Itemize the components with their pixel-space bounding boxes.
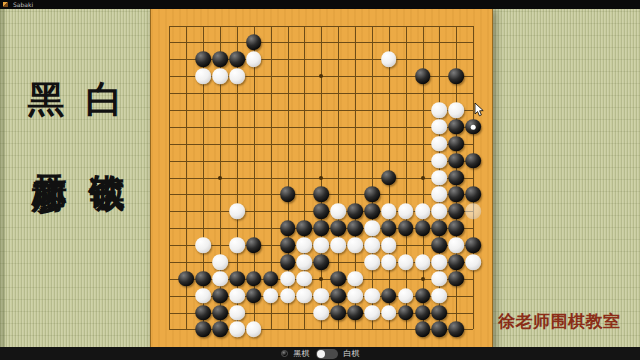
white-stone — [195, 288, 211, 304]
black-stone — [246, 288, 262, 304]
tatami-edge — [0, 9, 5, 348]
black-player-panel: 黑 廖元赫 — [25, 80, 67, 146]
white-stone — [381, 305, 397, 321]
ghost-stone — [465, 203, 481, 219]
app-icon — [3, 2, 8, 7]
white-stone — [330, 203, 346, 219]
white-turn-label: 白棋 — [344, 350, 360, 358]
white-stone — [263, 288, 279, 304]
white-stone — [364, 237, 380, 253]
black-stone — [178, 271, 194, 287]
toggle-knob — [317, 350, 325, 358]
go-board[interactable] — [150, 7, 493, 348]
grid-line-v — [406, 26, 407, 330]
black-stone — [212, 322, 228, 338]
black-stone — [449, 119, 465, 135]
white-stone — [229, 237, 245, 253]
white-stone — [229, 322, 245, 338]
black-stone — [449, 68, 465, 84]
white-player-panel: 白 李钦诚 — [83, 80, 125, 146]
white-stone — [432, 136, 448, 152]
black-stone — [381, 288, 397, 304]
black-stone — [195, 52, 211, 68]
white-stone — [415, 254, 431, 270]
mouse-cursor — [474, 103, 486, 117]
black-stone — [246, 35, 262, 51]
white-stone — [297, 288, 313, 304]
black-stone — [330, 288, 346, 304]
black-stone — [195, 271, 211, 287]
white-stone — [432, 254, 448, 270]
white-stone — [212, 68, 228, 84]
black-stone — [314, 254, 330, 270]
black-stone — [398, 305, 414, 321]
window-title: Sabaki — [13, 2, 33, 8]
black-stone — [347, 305, 363, 321]
bottom-toolbar: 黑棋 白棋 — [0, 347, 640, 360]
black-stone — [415, 220, 431, 236]
black-stone — [347, 203, 363, 219]
white-stone — [432, 153, 448, 169]
sabaki-window: { "window": { "title": "Sabaki" }, "game… — [0, 0, 640, 360]
white-stone — [381, 203, 397, 219]
black-stone — [415, 322, 431, 338]
black-stone — [364, 203, 380, 219]
black-turn-label: 黑棋 — [294, 350, 310, 358]
star-point — [319, 176, 323, 180]
white-stone — [314, 305, 330, 321]
white-stone — [297, 271, 313, 287]
black-stone — [246, 237, 262, 253]
black-stone — [330, 271, 346, 287]
white-stone — [465, 254, 481, 270]
black-stone — [297, 220, 313, 236]
white-stone — [314, 237, 330, 253]
white-stone — [212, 271, 228, 287]
black-stone — [449, 187, 465, 203]
white-stone — [246, 322, 262, 338]
black-stone — [449, 170, 465, 186]
black-stone — [432, 220, 448, 236]
black-stone — [229, 271, 245, 287]
black-stone — [280, 237, 296, 253]
black-stone — [280, 187, 296, 203]
black-stone — [465, 187, 481, 203]
white-stone — [398, 254, 414, 270]
star-point — [319, 74, 323, 78]
white-stone — [364, 220, 380, 236]
black-stone — [195, 305, 211, 321]
black-stone — [246, 271, 262, 287]
black-stone — [465, 237, 481, 253]
black-label: 黑 — [25, 80, 67, 120]
white-stone — [246, 52, 262, 68]
black-stone — [212, 288, 228, 304]
watermark-text: 徐老师围棋教室 — [498, 310, 634, 333]
white-stone — [398, 203, 414, 219]
black-stone — [314, 203, 330, 219]
black-stone — [347, 220, 363, 236]
white-stone — [297, 237, 313, 253]
black-stone — [398, 220, 414, 236]
black-stone — [330, 220, 346, 236]
star-point — [218, 176, 222, 180]
white-stone — [432, 170, 448, 186]
black-stone — [465, 153, 481, 169]
white-stone — [449, 237, 465, 253]
black-stone — [432, 305, 448, 321]
black-stone — [465, 119, 481, 135]
white-stone — [432, 187, 448, 203]
white-label: 白 — [83, 80, 125, 120]
white-stone — [364, 288, 380, 304]
white-stone — [415, 203, 431, 219]
white-stone — [229, 305, 245, 321]
black-stone — [449, 254, 465, 270]
black-stone — [432, 237, 448, 253]
title-bar: Sabaki — [0, 0, 640, 9]
black-stone — [195, 322, 211, 338]
black-stone — [415, 68, 431, 84]
white-stone — [229, 288, 245, 304]
white-stone — [280, 288, 296, 304]
black-stone — [449, 153, 465, 169]
white-stone — [432, 102, 448, 118]
black-stone — [212, 52, 228, 68]
white-stone — [432, 271, 448, 287]
white-stone — [347, 288, 363, 304]
black-stone — [212, 305, 228, 321]
black-stone — [314, 187, 330, 203]
white-stone — [195, 237, 211, 253]
white-stone — [364, 305, 380, 321]
black-stone — [415, 305, 431, 321]
black-stone-icon — [281, 350, 288, 357]
star-point — [421, 277, 425, 281]
black-stone — [280, 220, 296, 236]
black-stone — [449, 136, 465, 152]
white-stone — [398, 288, 414, 304]
turn-toggle[interactable] — [316, 349, 338, 359]
white-stone — [195, 68, 211, 84]
white-stone — [314, 288, 330, 304]
white-stone — [432, 203, 448, 219]
white-stone — [330, 237, 346, 253]
black-stone — [449, 271, 465, 287]
white-stone — [432, 288, 448, 304]
grid-line-v — [473, 26, 474, 330]
black-stone — [280, 254, 296, 270]
white-stone — [229, 68, 245, 84]
white-stone — [212, 254, 228, 270]
black-stone — [263, 271, 279, 287]
white-stone — [381, 237, 397, 253]
black-stone — [330, 305, 346, 321]
white-stone — [381, 254, 397, 270]
star-point — [421, 176, 425, 180]
black-stone — [381, 220, 397, 236]
white-stone — [347, 237, 363, 253]
black-stone — [449, 322, 465, 338]
grid-line-v — [372, 26, 373, 330]
black-stone — [449, 203, 465, 219]
white-stone — [347, 271, 363, 287]
black-stone — [432, 322, 448, 338]
black-stone — [381, 170, 397, 186]
last-move-marker — [471, 124, 476, 129]
black-stone — [415, 288, 431, 304]
white-stone — [432, 119, 448, 135]
black-stone — [229, 52, 245, 68]
white-stone — [280, 271, 296, 287]
white-stone — [364, 254, 380, 270]
white-stone — [229, 203, 245, 219]
white-stone — [449, 102, 465, 118]
black-stone — [449, 220, 465, 236]
white-stone — [297, 254, 313, 270]
black-stone — [364, 187, 380, 203]
white-stone — [381, 52, 397, 68]
black-stone — [314, 220, 330, 236]
star-point — [319, 277, 323, 281]
